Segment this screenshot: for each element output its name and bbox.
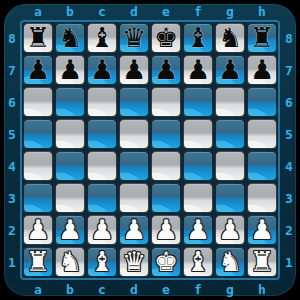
rank-label-1: 1	[4, 246, 20, 278]
black-pawn[interactable]: ♟	[122, 55, 146, 85]
square-h2[interactable]: ♟	[247, 215, 277, 245]
black-knight[interactable]: ♞	[58, 23, 82, 53]
white-pawn[interactable]: ♟	[250, 215, 274, 245]
rank-label-4: 4	[4, 150, 20, 182]
square-h6[interactable]	[247, 87, 277, 117]
square-g8[interactable]: ♞	[215, 23, 245, 53]
square-a8[interactable]: ♜	[23, 23, 53, 53]
rank-labels-left: 87654321	[4, 22, 20, 278]
square-c6[interactable]	[87, 87, 117, 117]
square-b4[interactable]	[55, 151, 85, 181]
file-label-b: b	[54, 281, 86, 297]
rank-label-3: 3	[4, 182, 20, 214]
square-b3[interactable]	[55, 183, 85, 213]
rank-label-6: 6	[4, 86, 20, 118]
square-d4[interactable]	[119, 151, 149, 181]
file-label-e: e	[150, 281, 182, 297]
rank-label-5: 5	[4, 118, 20, 150]
file-label-h: h	[246, 281, 278, 297]
rank-label-2: 2	[281, 214, 297, 246]
square-d2[interactable]: ♟	[119, 215, 149, 245]
square-d7[interactable]: ♟	[119, 55, 149, 85]
square-f7[interactable]: ♟	[183, 55, 213, 85]
square-h4[interactable]	[247, 151, 277, 181]
black-bishop[interactable]: ♝	[186, 23, 210, 53]
square-f6[interactable]	[183, 87, 213, 117]
square-a4[interactable]	[23, 151, 53, 181]
square-g7[interactable]: ♟	[215, 55, 245, 85]
square-a2[interactable]: ♟	[23, 215, 53, 245]
square-f8[interactable]: ♝	[183, 23, 213, 53]
file-label-g: g	[214, 281, 246, 297]
rank-label-2: 2	[4, 214, 20, 246]
chess-board: ♜♞♝♛♚♝♞♜♟♟♟♟♟♟♟♟♟♟♟♟♟♟♟♟♜♞♝♛♚♝♞♜	[20, 20, 280, 280]
black-pawn[interactable]: ♟	[90, 55, 114, 85]
file-label-f: f	[182, 3, 214, 19]
file-labels-top: abcdefgh	[22, 3, 278, 19]
square-d3[interactable]	[119, 183, 149, 213]
black-pawn[interactable]: ♟	[154, 55, 178, 85]
square-e4[interactable]	[151, 151, 181, 181]
square-h8[interactable]: ♜	[247, 23, 277, 53]
square-c4[interactable]	[87, 151, 117, 181]
black-pawn[interactable]: ♟	[250, 55, 274, 85]
rank-labels-right: 87654321	[281, 22, 297, 278]
white-pawn[interactable]: ♟	[218, 215, 242, 245]
white-knight[interactable]: ♞	[58, 247, 82, 277]
rank-label-5: 5	[281, 118, 297, 150]
square-a3[interactable]	[23, 183, 53, 213]
square-c8[interactable]: ♝	[87, 23, 117, 53]
square-g6[interactable]	[215, 87, 245, 117]
square-e5[interactable]	[151, 119, 181, 149]
white-bishop[interactable]: ♝	[186, 247, 210, 277]
white-rook[interactable]: ♜	[250, 247, 274, 277]
square-e6[interactable]	[151, 87, 181, 117]
square-f4[interactable]	[183, 151, 213, 181]
square-b6[interactable]	[55, 87, 85, 117]
file-label-b: b	[54, 3, 86, 19]
square-b2[interactable]: ♟	[55, 215, 85, 245]
rank-label-6: 6	[281, 86, 297, 118]
black-rook[interactable]: ♜	[26, 23, 50, 53]
file-label-e: e	[150, 3, 182, 19]
black-bishop[interactable]: ♝	[90, 23, 114, 53]
white-pawn[interactable]: ♟	[122, 215, 146, 245]
square-d8[interactable]: ♛	[119, 23, 149, 53]
square-c2[interactable]: ♟	[87, 215, 117, 245]
square-f2[interactable]: ♟	[183, 215, 213, 245]
square-b5[interactable]	[55, 119, 85, 149]
file-label-c: c	[86, 281, 118, 297]
square-g1[interactable]: ♞	[215, 247, 245, 277]
square-a7[interactable]: ♟	[23, 55, 53, 85]
square-e2[interactable]: ♟	[151, 215, 181, 245]
square-f5[interactable]	[183, 119, 213, 149]
black-pawn[interactable]: ♟	[26, 55, 50, 85]
white-rook[interactable]: ♜	[26, 247, 50, 277]
square-f1[interactable]: ♝	[183, 247, 213, 277]
square-h7[interactable]: ♟	[247, 55, 277, 85]
black-queen[interactable]: ♛	[122, 23, 146, 53]
square-c7[interactable]: ♟	[87, 55, 117, 85]
black-king[interactable]: ♚	[154, 23, 178, 53]
square-e1[interactable]: ♚	[151, 247, 181, 277]
white-queen[interactable]: ♛	[122, 247, 146, 277]
square-g5[interactable]	[215, 119, 245, 149]
white-king[interactable]: ♚	[154, 247, 178, 277]
white-pawn[interactable]: ♟	[90, 215, 114, 245]
file-label-a: a	[22, 281, 54, 297]
square-e7[interactable]: ♟	[151, 55, 181, 85]
file-label-d: d	[118, 3, 150, 19]
square-c1[interactable]: ♝	[87, 247, 117, 277]
white-pawn[interactable]: ♟	[186, 215, 210, 245]
square-h1[interactable]: ♜	[247, 247, 277, 277]
square-g4[interactable]	[215, 151, 245, 181]
file-labels-bottom: abcdefgh	[22, 281, 278, 297]
black-knight[interactable]: ♞	[218, 23, 242, 53]
square-h3[interactable]	[247, 183, 277, 213]
square-b8[interactable]: ♞	[55, 23, 85, 53]
rank-label-7: 7	[281, 54, 297, 86]
square-a1[interactable]: ♜	[23, 247, 53, 277]
white-pawn[interactable]: ♟	[26, 215, 50, 245]
white-knight[interactable]: ♞	[218, 247, 242, 277]
file-label-h: h	[246, 3, 278, 19]
black-rook[interactable]: ♜	[250, 23, 274, 53]
rank-label-4: 4	[281, 150, 297, 182]
square-e3[interactable]	[151, 183, 181, 213]
square-b1[interactable]: ♞	[55, 247, 85, 277]
white-pawn[interactable]: ♟	[154, 215, 178, 245]
file-label-f: f	[182, 281, 214, 297]
file-label-g: g	[214, 3, 246, 19]
file-label-c: c	[86, 3, 118, 19]
square-c5[interactable]	[87, 119, 117, 149]
rank-label-8: 8	[281, 22, 297, 54]
square-d6[interactable]	[119, 87, 149, 117]
square-d5[interactable]	[119, 119, 149, 149]
file-label-d: d	[118, 281, 150, 297]
black-pawn[interactable]: ♟	[186, 55, 210, 85]
square-b7[interactable]: ♟	[55, 55, 85, 85]
square-h5[interactable]	[247, 119, 277, 149]
rank-label-1: 1	[281, 246, 297, 278]
square-g2[interactable]: ♟	[215, 215, 245, 245]
square-d1[interactable]: ♛	[119, 247, 149, 277]
white-pawn[interactable]: ♟	[58, 215, 82, 245]
rank-label-3: 3	[281, 182, 297, 214]
white-bishop[interactable]: ♝	[90, 247, 114, 277]
rank-label-7: 7	[4, 54, 20, 86]
black-pawn[interactable]: ♟	[218, 55, 242, 85]
square-e8[interactable]: ♚	[151, 23, 181, 53]
square-a5[interactable]	[23, 119, 53, 149]
black-pawn[interactable]: ♟	[58, 55, 82, 85]
square-f3[interactable]	[183, 183, 213, 213]
file-label-a: a	[22, 3, 54, 19]
square-a6[interactable]	[23, 87, 53, 117]
rank-label-8: 8	[4, 22, 20, 54]
square-c3[interactable]	[87, 183, 117, 213]
square-g3[interactable]	[215, 183, 245, 213]
